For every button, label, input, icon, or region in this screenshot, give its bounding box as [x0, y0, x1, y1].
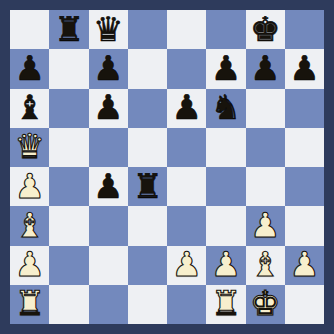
white-pawn-a4[interactable]: ♟ — [14, 169, 44, 203]
square-d7[interactable] — [128, 49, 167, 88]
square-a7[interactable]: ♟ — [10, 49, 49, 88]
square-h6[interactable] — [285, 89, 324, 128]
square-e3[interactable] — [167, 206, 206, 245]
square-g5[interactable] — [246, 128, 285, 167]
black-pawn-c7[interactable]: ♟ — [93, 51, 123, 85]
black-pawn-e6[interactable]: ♟ — [171, 90, 201, 124]
square-b2[interactable] — [49, 246, 88, 285]
white-bishop-g2[interactable]: ♝ — [250, 247, 280, 281]
square-c2[interactable] — [89, 246, 128, 285]
square-d3[interactable] — [128, 206, 167, 245]
square-d8[interactable] — [128, 10, 167, 49]
square-f2[interactable]: ♟ — [206, 246, 245, 285]
square-g4[interactable] — [246, 167, 285, 206]
white-pawn-a2[interactable]: ♟ — [14, 247, 44, 281]
square-d6[interactable] — [128, 89, 167, 128]
square-c7[interactable]: ♟ — [89, 49, 128, 88]
black-pawn-g7[interactable]: ♟ — [250, 51, 280, 85]
square-f4[interactable] — [206, 167, 245, 206]
square-b3[interactable] — [49, 206, 88, 245]
square-b4[interactable] — [49, 167, 88, 206]
black-pawn-c4[interactable]: ♟ — [93, 169, 123, 203]
square-e2[interactable]: ♟ — [167, 246, 206, 285]
white-pawn-e2[interactable]: ♟ — [171, 247, 201, 281]
square-h5[interactable] — [285, 128, 324, 167]
square-b1[interactable] — [49, 285, 88, 324]
square-a8[interactable] — [10, 10, 49, 49]
black-queen-c8[interactable]: ♛ — [93, 12, 123, 46]
square-f5[interactable] — [206, 128, 245, 167]
square-e8[interactable] — [167, 10, 206, 49]
white-pawn-h2[interactable]: ♟ — [289, 247, 319, 281]
square-g1[interactable]: ♚ — [246, 285, 285, 324]
square-a4[interactable]: ♟ — [10, 167, 49, 206]
square-a1[interactable]: ♜ — [10, 285, 49, 324]
square-a2[interactable]: ♟ — [10, 246, 49, 285]
square-d4[interactable]: ♜ — [128, 167, 167, 206]
black-rook-d4[interactable]: ♜ — [132, 169, 162, 203]
square-a3[interactable]: ♝ — [10, 206, 49, 245]
square-d2[interactable] — [128, 246, 167, 285]
black-pawn-f7[interactable]: ♟ — [211, 51, 241, 85]
square-b5[interactable] — [49, 128, 88, 167]
square-c8[interactable]: ♛ — [89, 10, 128, 49]
square-c1[interactable] — [89, 285, 128, 324]
square-f1[interactable]: ♜ — [206, 285, 245, 324]
chess-board: ♜♛♚♟♟♟♟♟♝♟♟♞♛♟♟♜♝♟♟♟♟♝♟♜♜♚ — [0, 0, 334, 334]
square-g7[interactable]: ♟ — [246, 49, 285, 88]
square-h8[interactable] — [285, 10, 324, 49]
square-e7[interactable] — [167, 49, 206, 88]
square-e5[interactable] — [167, 128, 206, 167]
square-h1[interactable] — [285, 285, 324, 324]
square-f7[interactable]: ♟ — [206, 49, 245, 88]
square-d5[interactable] — [128, 128, 167, 167]
black-pawn-a7[interactable]: ♟ — [14, 51, 44, 85]
white-king-g1[interactable]: ♚ — [250, 286, 280, 320]
square-b7[interactable] — [49, 49, 88, 88]
white-rook-f1[interactable]: ♜ — [211, 286, 241, 320]
square-g6[interactable] — [246, 89, 285, 128]
square-e1[interactable] — [167, 285, 206, 324]
black-rook-b8[interactable]: ♜ — [54, 12, 84, 46]
white-bishop-a3[interactable]: ♝ — [14, 208, 44, 242]
black-pawn-c6[interactable]: ♟ — [93, 90, 123, 124]
square-a6[interactable]: ♝ — [10, 89, 49, 128]
black-bishop-a6[interactable]: ♝ — [14, 90, 44, 124]
square-c5[interactable] — [89, 128, 128, 167]
square-f3[interactable] — [206, 206, 245, 245]
white-queen-a5[interactable]: ♛ — [14, 129, 44, 163]
white-rook-a1[interactable]: ♜ — [14, 286, 44, 320]
square-g3[interactable]: ♟ — [246, 206, 285, 245]
square-c6[interactable]: ♟ — [89, 89, 128, 128]
black-pawn-h7[interactable]: ♟ — [289, 51, 319, 85]
square-b6[interactable] — [49, 89, 88, 128]
square-g8[interactable]: ♚ — [246, 10, 285, 49]
square-h7[interactable]: ♟ — [285, 49, 324, 88]
white-pawn-f2[interactable]: ♟ — [211, 247, 241, 281]
square-c3[interactable] — [89, 206, 128, 245]
square-f6[interactable]: ♞ — [206, 89, 245, 128]
square-b8[interactable]: ♜ — [49, 10, 88, 49]
square-a5[interactable]: ♛ — [10, 128, 49, 167]
square-h4[interactable] — [285, 167, 324, 206]
square-e6[interactable]: ♟ — [167, 89, 206, 128]
square-f8[interactable] — [206, 10, 245, 49]
square-h3[interactable] — [285, 206, 324, 245]
square-h2[interactable]: ♟ — [285, 246, 324, 285]
square-c4[interactable]: ♟ — [89, 167, 128, 206]
black-knight-f6[interactable]: ♞ — [211, 90, 241, 124]
black-king-g8[interactable]: ♚ — [250, 12, 280, 46]
square-d1[interactable] — [128, 285, 167, 324]
square-g2[interactable]: ♝ — [246, 246, 285, 285]
square-e4[interactable] — [167, 167, 206, 206]
white-pawn-g3[interactable]: ♟ — [250, 208, 280, 242]
